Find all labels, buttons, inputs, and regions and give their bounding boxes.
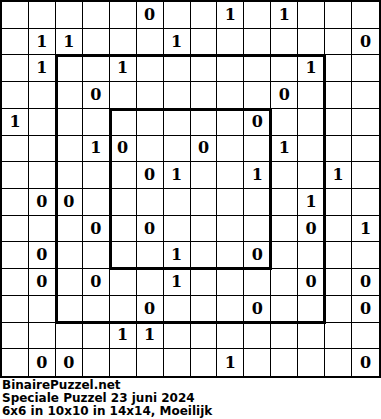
cell-r13c7[interactable] [164, 323, 191, 350]
cell-r5c2[interactable] [29, 109, 56, 136]
cell-r6c7[interactable] [164, 136, 191, 163]
cell-r10c5[interactable] [110, 242, 137, 269]
cell-r6c9[interactable] [217, 136, 244, 163]
cell-r10c12[interactable] [298, 242, 325, 269]
cell-r8c6[interactable] [137, 189, 164, 216]
cell-r10c1[interactable] [2, 242, 29, 269]
cell-r8c14[interactable] [352, 189, 379, 216]
cell-r6c3[interactable] [56, 136, 83, 163]
cell-r10c11[interactable] [271, 242, 298, 269]
cell-r3c6[interactable] [137, 55, 164, 82]
cell-r13c2[interactable] [29, 323, 56, 350]
cell-r6c6[interactable] [137, 136, 164, 163]
cell-r1c12[interactable] [298, 2, 325, 29]
cell-r13c4[interactable] [83, 323, 110, 350]
cell-r12c12[interactable] [298, 296, 325, 323]
cell-r14c9: 1 [217, 349, 244, 376]
cell-r2c14: 0 [352, 29, 379, 56]
cell-r14c7[interactable] [164, 349, 191, 376]
cell-r11c8[interactable] [191, 269, 218, 296]
cell-r14c5[interactable] [110, 349, 137, 376]
cell-r6c1[interactable] [2, 136, 29, 163]
cell-r9c11[interactable] [271, 216, 298, 243]
cell-r13c5: 1 [110, 323, 137, 350]
cell-r14c3: 0 [56, 349, 83, 376]
cell-r3c10[interactable] [244, 55, 271, 82]
cell-r5c4[interactable] [83, 109, 110, 136]
cell-r4c3[interactable] [56, 82, 83, 109]
cell-r6c10[interactable] [244, 136, 271, 163]
cell-r7c4[interactable] [83, 162, 110, 189]
cell-r7c5[interactable] [110, 162, 137, 189]
cell-r4c10[interactable] [244, 82, 271, 109]
cell-r2c11[interactable] [271, 29, 298, 56]
cell-r4c8[interactable] [191, 82, 218, 109]
cell-r13c10[interactable] [244, 323, 271, 350]
cell-r12c9[interactable] [217, 296, 244, 323]
cell-r4c13[interactable] [325, 82, 352, 109]
cell-r7c9[interactable] [217, 162, 244, 189]
cell-r12c2[interactable] [29, 296, 56, 323]
cell-r1c6: 0 [137, 2, 164, 29]
cell-r13c12[interactable] [298, 323, 325, 350]
cell-r6c2[interactable] [29, 136, 56, 163]
cell-r9c10[interactable] [244, 216, 271, 243]
cell-r11c11[interactable] [271, 269, 298, 296]
cell-r1c13[interactable] [325, 2, 352, 29]
cell-r9c9[interactable] [217, 216, 244, 243]
cell-r7c10: 1 [244, 162, 271, 189]
cell-r8c10[interactable] [244, 189, 271, 216]
cell-r5c1: 1 [2, 109, 29, 136]
cell-r11c6[interactable] [137, 269, 164, 296]
cell-r4c5[interactable] [110, 82, 137, 109]
cell-r2c8[interactable] [191, 29, 218, 56]
cell-r10c4[interactable] [83, 242, 110, 269]
cell-r6c5: 0 [110, 136, 137, 163]
cell-r14c11[interactable] [271, 349, 298, 376]
cell-r14c4[interactable] [83, 349, 110, 376]
cell-r8c2: 0 [29, 189, 56, 216]
cell-r12c13[interactable] [325, 296, 352, 323]
cell-r12c10: 0 [244, 296, 271, 323]
cell-r7c13: 1 [325, 162, 352, 189]
cell-r5c7[interactable] [164, 109, 191, 136]
cell-r1c14[interactable] [352, 2, 379, 29]
cell-r5c5[interactable] [110, 109, 137, 136]
cell-r4c7[interactable] [164, 82, 191, 109]
cell-r5c12[interactable] [298, 109, 325, 136]
cell-r11c7: 1 [164, 269, 191, 296]
cell-r2c6[interactable] [137, 29, 164, 56]
cell-r1c4[interactable] [83, 2, 110, 29]
puzzle-page: 0111110111001010010111001000101000100000… [0, 0, 381, 419]
cell-r14c1[interactable] [2, 349, 29, 376]
cell-r8c8[interactable] [191, 189, 218, 216]
cell-r1c2[interactable] [29, 2, 56, 29]
cell-r3c9[interactable] [217, 55, 244, 82]
cell-r4c4: 0 [83, 82, 110, 109]
cell-r10c14[interactable] [352, 242, 379, 269]
cell-r9c6: 0 [137, 216, 164, 243]
cell-r8c11[interactable] [271, 189, 298, 216]
cell-r12c14: 0 [352, 296, 379, 323]
cell-r2c1[interactable] [2, 29, 29, 56]
cell-r4c6[interactable] [137, 82, 164, 109]
cell-r3c14[interactable] [352, 55, 379, 82]
puzzle-grid: 0111110111001010010111001000101000100000… [0, 0, 381, 378]
cell-r5c10: 0 [244, 109, 271, 136]
cell-r9c7[interactable] [164, 216, 191, 243]
cell-r7c6: 0 [137, 162, 164, 189]
cell-r3c8[interactable] [191, 55, 218, 82]
cell-r1c5[interactable] [110, 2, 137, 29]
cell-r13c14[interactable] [352, 323, 379, 350]
cell-r9c14: 1 [352, 216, 379, 243]
cell-r13c13[interactable] [325, 323, 352, 350]
cell-r7c14[interactable] [352, 162, 379, 189]
cell-r11c13[interactable] [325, 269, 352, 296]
cell-r9c2[interactable] [29, 216, 56, 243]
cell-r6c13[interactable] [325, 136, 352, 163]
cell-r4c12[interactable] [298, 82, 325, 109]
cell-r14c8[interactable] [191, 349, 218, 376]
cell-r8c3: 0 [56, 189, 83, 216]
cell-r13c6: 1 [137, 323, 164, 350]
cell-r4c1[interactable] [2, 82, 29, 109]
cell-r13c8[interactable] [191, 323, 218, 350]
cell-r14c12[interactable] [298, 349, 325, 376]
cell-r9c1[interactable] [2, 216, 29, 243]
cell-r8c1[interactable] [2, 189, 29, 216]
cell-r11c10[interactable] [244, 269, 271, 296]
cell-r12c4[interactable] [83, 296, 110, 323]
cell-r13c3[interactable] [56, 323, 83, 350]
cell-r12c5[interactable] [110, 296, 137, 323]
cell-r5c9[interactable] [217, 109, 244, 136]
cell-r10c7: 1 [164, 242, 191, 269]
cell-r3c2: 1 [29, 55, 56, 82]
cell-r12c11[interactable] [271, 296, 298, 323]
binary-puzzle-board: 0111110111001010010111001000101000100000… [0, 0, 381, 378]
cell-r14c2: 0 [29, 349, 56, 376]
cell-r2c12[interactable] [298, 29, 325, 56]
cell-r10c13[interactable] [325, 242, 352, 269]
cell-r9c8[interactable] [191, 216, 218, 243]
cell-r6c11: 1 [271, 136, 298, 163]
cell-r3c12: 1 [298, 55, 325, 82]
cell-r9c3[interactable] [56, 216, 83, 243]
cell-r13c1[interactable] [2, 323, 29, 350]
cell-r3c3[interactable] [56, 55, 83, 82]
cell-r7c1[interactable] [2, 162, 29, 189]
cell-r8c5[interactable] [110, 189, 137, 216]
cell-r12c1[interactable] [2, 296, 29, 323]
cell-r9c13[interactable] [325, 216, 352, 243]
cell-r5c6[interactable] [137, 109, 164, 136]
cell-r11c12: 0 [298, 269, 325, 296]
cell-r1c1[interactable] [2, 2, 29, 29]
cell-r7c11[interactable] [271, 162, 298, 189]
cell-r2c4[interactable] [83, 29, 110, 56]
cell-r3c13[interactable] [325, 55, 352, 82]
cell-r10c3[interactable] [56, 242, 83, 269]
cell-r7c12[interactable] [298, 162, 325, 189]
cell-r13c11[interactable] [271, 323, 298, 350]
cell-r6c14[interactable] [352, 136, 379, 163]
cell-r10c8[interactable] [191, 242, 218, 269]
cell-r14c10[interactable] [244, 349, 271, 376]
cell-r10c10: 0 [244, 242, 271, 269]
cell-r7c7: 1 [164, 162, 191, 189]
cell-r2c7: 1 [164, 29, 191, 56]
cell-r9c12: 0 [298, 216, 325, 243]
cell-r12c7[interactable] [164, 296, 191, 323]
cell-r3c4[interactable] [83, 55, 110, 82]
cell-r11c4: 0 [83, 269, 110, 296]
cell-r6c8: 0 [191, 136, 218, 163]
cell-r3c7[interactable] [164, 55, 191, 82]
cell-r1c7[interactable] [164, 2, 191, 29]
cell-r1c10[interactable] [244, 2, 271, 29]
cell-r11c3[interactable] [56, 269, 83, 296]
cell-r10c9[interactable] [217, 242, 244, 269]
puzzle-difficulty: 6x6 in 10x10 in 14x14, Moeilijk [2, 405, 381, 418]
cell-r8c13[interactable] [325, 189, 352, 216]
cell-r2c9[interactable] [217, 29, 244, 56]
cell-r2c3: 1 [56, 29, 83, 56]
cell-r2c5[interactable] [110, 29, 137, 56]
cell-r5c3[interactable] [56, 109, 83, 136]
cell-r8c4[interactable] [83, 189, 110, 216]
cell-r11c5[interactable] [110, 269, 137, 296]
cell-r14c13[interactable] [325, 349, 352, 376]
cell-r14c14: 0 [352, 349, 379, 376]
cell-r3c11[interactable] [271, 55, 298, 82]
cell-r10c6[interactable] [137, 242, 164, 269]
cell-r1c8[interactable] [191, 2, 218, 29]
cell-r12c3[interactable] [56, 296, 83, 323]
cell-r6c12[interactable] [298, 136, 325, 163]
footer-caption: BinairePuzzel.net Speciale Puzzel 23 jun… [2, 379, 381, 418]
cell-r11c1[interactable] [2, 269, 29, 296]
cell-r11c9[interactable] [217, 269, 244, 296]
cell-r4c14[interactable] [352, 82, 379, 109]
cell-r1c9: 1 [217, 2, 244, 29]
cell-r5c13[interactable] [325, 109, 352, 136]
cell-r5c11[interactable] [271, 109, 298, 136]
cell-r2c2: 1 [29, 29, 56, 56]
cell-r3c5: 1 [110, 55, 137, 82]
cell-r2c10[interactable] [244, 29, 271, 56]
cell-r4c11: 0 [271, 82, 298, 109]
cell-r12c8[interactable] [191, 296, 218, 323]
cell-r9c4: 0 [83, 216, 110, 243]
cell-r11c14: 0 [352, 269, 379, 296]
cell-r10c2: 0 [29, 242, 56, 269]
cell-r6c4: 1 [83, 136, 110, 163]
cell-r3c1[interactable] [2, 55, 29, 82]
cell-r12c6: 0 [137, 296, 164, 323]
cell-r1c3[interactable] [56, 2, 83, 29]
cell-r2c13[interactable] [325, 29, 352, 56]
cell-r14c6[interactable] [137, 349, 164, 376]
cell-r5c8[interactable] [191, 109, 218, 136]
cell-r7c8[interactable] [191, 162, 218, 189]
cell-r5c14[interactable] [352, 109, 379, 136]
cell-r8c12: 1 [298, 189, 325, 216]
cell-r7c3[interactable] [56, 162, 83, 189]
cell-r4c2[interactable] [29, 82, 56, 109]
cell-r11c2: 0 [29, 269, 56, 296]
cell-r8c7[interactable] [164, 189, 191, 216]
cell-r4c9[interactable] [217, 82, 244, 109]
cell-r9c5[interactable] [110, 216, 137, 243]
cell-r13c9[interactable] [217, 323, 244, 350]
cell-r1c11: 1 [271, 2, 298, 29]
cell-r8c9[interactable] [217, 189, 244, 216]
cell-r7c2[interactable] [29, 162, 56, 189]
